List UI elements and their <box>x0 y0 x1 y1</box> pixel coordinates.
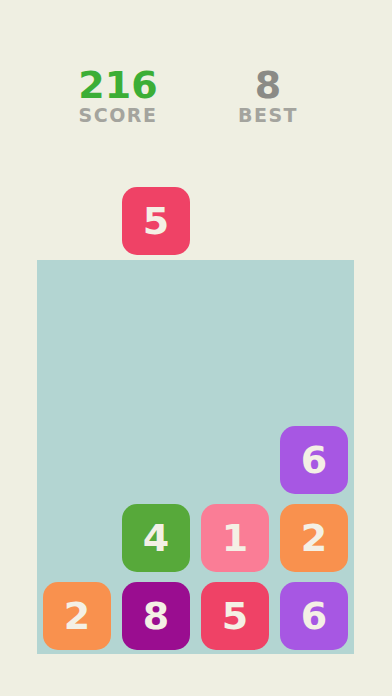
tile-6: 6 <box>280 426 348 494</box>
falling-tile[interactable]: 5 <box>122 187 190 255</box>
game-screen: 216 SCORE 8 BEST 5 64122856 <box>0 0 392 696</box>
tile-5: 5 <box>201 582 269 650</box>
score-value: 216 <box>38 68 198 102</box>
score-label: SCORE <box>38 105 198 125</box>
best-label: BEST <box>188 105 348 125</box>
best-block: 8 BEST <box>188 68 348 125</box>
score-block: 216 SCORE <box>38 68 198 125</box>
tile-2: 2 <box>280 504 348 572</box>
best-value: 8 <box>188 68 348 102</box>
game-board[interactable]: 64122856 <box>37 260 354 654</box>
tile-4: 4 <box>122 504 190 572</box>
tile-1: 1 <box>201 504 269 572</box>
tile-6: 6 <box>280 582 348 650</box>
tile-2: 2 <box>43 582 111 650</box>
tile-8: 8 <box>122 582 190 650</box>
